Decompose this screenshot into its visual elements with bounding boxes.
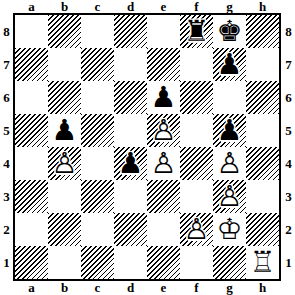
square-f1[interactable] — [180, 246, 213, 279]
piece-glyph: ♙ — [151, 114, 177, 147]
file-label-b: b — [48, 0, 81, 14]
square-a2[interactable] — [15, 213, 48, 246]
square-e8[interactable] — [147, 15, 180, 48]
square-h7[interactable] — [246, 48, 279, 81]
square-d8[interactable] — [114, 15, 147, 48]
rank-label-2: 2 — [0, 213, 13, 246]
square-e1[interactable] — [147, 246, 180, 279]
square-b5[interactable]: ♟♟ — [48, 114, 81, 147]
square-g2[interactable]: ♚♔ — [213, 213, 246, 246]
piece-glyph: ♚ — [217, 15, 243, 48]
square-g7[interactable]: ♟♟ — [213, 48, 246, 81]
square-d1[interactable] — [114, 246, 147, 279]
square-a7[interactable] — [15, 48, 48, 81]
square-c7[interactable] — [81, 48, 114, 81]
rank-label-4: 4 — [282, 147, 295, 180]
piece-glyph: ♙ — [151, 147, 177, 180]
black-pawn-d4[interactable]: ♟♟ — [114, 147, 147, 180]
square-h4[interactable] — [246, 147, 279, 180]
black-rook-f8[interactable]: ♜♜ — [180, 15, 213, 48]
black-pawn-e6[interactable]: ♟♟ — [147, 81, 180, 114]
piece-glyph: ♟ — [151, 81, 177, 114]
white-pawn-e5[interactable]: ♟♙ — [147, 114, 180, 147]
square-d7[interactable] — [114, 48, 147, 81]
rank-labels-right: 87654321 — [282, 15, 295, 279]
black-pawn-g7[interactable]: ♟♟ — [213, 48, 246, 81]
rank-label-8: 8 — [0, 15, 13, 48]
square-f3[interactable] — [180, 180, 213, 213]
square-a4[interactable] — [15, 147, 48, 180]
square-b6[interactable] — [48, 81, 81, 114]
square-f6[interactable] — [180, 81, 213, 114]
square-f2[interactable]: ♟♙ — [180, 213, 213, 246]
square-e6[interactable]: ♟♟ — [147, 81, 180, 114]
square-g1[interactable] — [213, 246, 246, 279]
square-c1[interactable] — [81, 246, 114, 279]
square-c3[interactable] — [81, 180, 114, 213]
file-label-c: c — [81, 0, 114, 14]
board: ♜♜♚♚♟♟♟♟♟♟♟♙♟♟♟♙♟♟♟♙♟♙♟♙♟♙♚♔♜♖ — [13, 13, 281, 281]
square-f4[interactable] — [180, 147, 213, 180]
square-h2[interactable] — [246, 213, 279, 246]
black-king-g8[interactable]: ♚♚ — [213, 15, 246, 48]
square-d3[interactable] — [114, 180, 147, 213]
square-e5[interactable]: ♟♙ — [147, 114, 180, 147]
white-pawn-g4[interactable]: ♟♙ — [213, 147, 246, 180]
square-g4[interactable]: ♟♙ — [213, 147, 246, 180]
rank-label-3: 3 — [282, 180, 295, 213]
square-b2[interactable] — [48, 213, 81, 246]
square-b4[interactable]: ♟♙ — [48, 147, 81, 180]
square-b3[interactable] — [48, 180, 81, 213]
file-label-f: f — [180, 0, 213, 14]
rank-labels-left: 87654321 — [0, 15, 13, 279]
square-c5[interactable] — [81, 114, 114, 147]
file-label-f: f — [180, 281, 213, 295]
white-rook-h1[interactable]: ♜♖ — [246, 246, 279, 279]
piece-glyph: ♙ — [217, 147, 243, 180]
file-label-d: d — [114, 0, 147, 14]
square-g3[interactable]: ♟♙ — [213, 180, 246, 213]
file-labels-bottom: abcdefgh — [15, 281, 279, 295]
piece-glyph: ♟ — [52, 114, 78, 147]
piece-glyph: ♙ — [217, 180, 243, 213]
rank-label-4: 4 — [0, 147, 13, 180]
chess-diagram: abcdefgh 87654321 ♜♜♚♚♟♟♟♟♟♟♟♙♟♟♟♙♟♟♟♙♟♙… — [0, 0, 295, 295]
rank-label-6: 6 — [0, 81, 13, 114]
piece-glyph: ♙ — [52, 147, 78, 180]
file-label-g: g — [213, 0, 246, 14]
rank-label-1: 1 — [282, 246, 295, 279]
rank-label-2: 2 — [282, 213, 295, 246]
square-b7[interactable] — [48, 48, 81, 81]
piece-glyph: ♟ — [217, 48, 243, 81]
square-h8[interactable] — [246, 15, 279, 48]
file-label-h: h — [246, 281, 279, 295]
file-label-e: e — [147, 0, 180, 14]
file-label-a: a — [15, 281, 48, 295]
file-label-b: b — [48, 281, 81, 295]
square-d6[interactable] — [114, 81, 147, 114]
square-b1[interactable] — [48, 246, 81, 279]
square-a3[interactable] — [15, 180, 48, 213]
white-pawn-g3[interactable]: ♟♙ — [213, 180, 246, 213]
piece-glyph: ♖ — [250, 246, 276, 279]
square-h1[interactable]: ♜♖ — [246, 246, 279, 279]
square-e4[interactable]: ♟♙ — [147, 147, 180, 180]
square-g8[interactable]: ♚♚ — [213, 15, 246, 48]
rank-label-6: 6 — [282, 81, 295, 114]
square-e2[interactable] — [147, 213, 180, 246]
rank-label-5: 5 — [0, 114, 13, 147]
piece-glyph: ♙ — [184, 213, 210, 246]
piece-glyph: ♟ — [217, 114, 243, 147]
file-label-a: a — [15, 0, 48, 14]
square-e7[interactable] — [147, 48, 180, 81]
piece-glyph: ♔ — [217, 213, 243, 246]
white-pawn-f2[interactable]: ♟♙ — [180, 213, 213, 246]
square-a6[interactable] — [15, 81, 48, 114]
square-a8[interactable] — [15, 15, 48, 48]
piece-glyph: ♜ — [184, 15, 210, 48]
file-labels-top: abcdefgh — [15, 0, 279, 13]
file-label-h: h — [246, 0, 279, 14]
square-c2[interactable] — [81, 213, 114, 246]
rank-label-8: 8 — [282, 15, 295, 48]
rank-label-1: 1 — [0, 246, 13, 279]
file-label-c: c — [81, 281, 114, 295]
square-f7[interactable] — [180, 48, 213, 81]
white-pawn-e4[interactable]: ♟♙ — [147, 147, 180, 180]
square-d5[interactable] — [114, 114, 147, 147]
square-h5[interactable] — [246, 114, 279, 147]
square-d2[interactable] — [114, 213, 147, 246]
square-c4[interactable] — [81, 147, 114, 180]
square-a5[interactable] — [15, 114, 48, 147]
square-c8[interactable] — [81, 15, 114, 48]
square-d4[interactable]: ♟♟ — [114, 147, 147, 180]
black-pawn-b5[interactable]: ♟♟ — [48, 114, 81, 147]
rank-label-5: 5 — [282, 114, 295, 147]
file-label-d: d — [114, 281, 147, 295]
square-g5[interactable]: ♟♟ — [213, 114, 246, 147]
rank-label-3: 3 — [0, 180, 13, 213]
square-e3[interactable] — [147, 180, 180, 213]
square-f8[interactable]: ♜♜ — [180, 15, 213, 48]
white-pawn-b4[interactable]: ♟♙ — [48, 147, 81, 180]
square-a1[interactable] — [15, 246, 48, 279]
white-king-g2[interactable]: ♚♔ — [213, 213, 246, 246]
square-b8[interactable] — [48, 15, 81, 48]
square-f5[interactable] — [180, 114, 213, 147]
file-label-e: e — [147, 281, 180, 295]
rank-label-7: 7 — [282, 48, 295, 81]
square-c6[interactable] — [81, 81, 114, 114]
square-h6[interactable] — [246, 81, 279, 114]
rank-label-7: 7 — [0, 48, 13, 81]
square-h3[interactable] — [246, 180, 279, 213]
file-label-g: g — [213, 281, 246, 295]
black-pawn-g5[interactable]: ♟♟ — [213, 114, 246, 147]
piece-glyph: ♟ — [118, 147, 144, 180]
square-g6[interactable] — [213, 81, 246, 114]
